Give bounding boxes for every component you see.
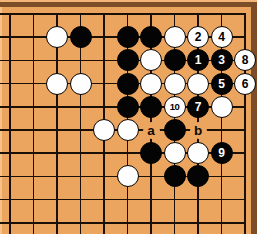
- white-stone: [117, 119, 139, 141]
- white-stone-move-6: 6: [234, 73, 256, 95]
- grid-line-horizontal: [0, 13, 246, 15]
- black-stone: [164, 49, 186, 71]
- white-stone-move-4: 4: [211, 26, 233, 48]
- white-stone: [164, 142, 186, 164]
- grid-line-vertical: [9, 13, 11, 234]
- black-stone: [117, 26, 139, 48]
- move-number: 8: [242, 54, 249, 66]
- black-stone: [187, 165, 209, 187]
- black-stone: [140, 142, 162, 164]
- black-stone: [117, 96, 139, 118]
- white-stone: [211, 96, 233, 118]
- white-stone-move-2: 2: [187, 26, 209, 48]
- move-number: 5: [218, 78, 225, 90]
- move-number: 3: [218, 54, 225, 66]
- point-label-b: b: [190, 122, 207, 139]
- board-right-edge-band: [251, 2, 257, 234]
- move-number: 7: [195, 101, 202, 113]
- white-stone: [70, 73, 92, 95]
- move-number: 6: [242, 78, 249, 90]
- black-stone: [164, 165, 186, 187]
- white-stone: [117, 165, 139, 187]
- black-stone: [164, 119, 186, 141]
- black-stone-move-5: 5: [211, 73, 233, 95]
- black-stone-move-1: 1: [187, 49, 209, 71]
- white-stone-move-10: 10: [164, 96, 186, 118]
- black-stone: [140, 26, 162, 48]
- grid-line-horizontal: [0, 222, 246, 224]
- white-stone: [187, 142, 209, 164]
- point-label-a: a: [143, 122, 160, 139]
- white-stone: [140, 73, 162, 95]
- move-number: 9: [218, 147, 225, 159]
- white-stone: [93, 119, 115, 141]
- black-stone-move-9: 9: [211, 142, 233, 164]
- move-number: 1: [195, 54, 202, 66]
- board-top-edge-band: [0, 2, 257, 7]
- white-stone: [164, 26, 186, 48]
- move-number: 10: [170, 102, 180, 112]
- white-stone: [46, 26, 68, 48]
- white-stone: [140, 49, 162, 71]
- black-stone: [117, 49, 139, 71]
- grid-line-vertical: [33, 13, 35, 234]
- black-stone-move-3: 3: [211, 49, 233, 71]
- white-stone: [164, 73, 186, 95]
- white-stone: [187, 73, 209, 95]
- white-stone: [46, 73, 68, 95]
- grid-line-vertical: [244, 13, 246, 234]
- move-number: 2: [195, 31, 202, 43]
- move-number: 4: [218, 31, 225, 43]
- go-board: ab 24138561079: [0, 0, 257, 234]
- black-stone-move-7: 7: [187, 96, 209, 118]
- black-stone: [117, 73, 139, 95]
- black-stone: [70, 26, 92, 48]
- black-stone: [140, 96, 162, 118]
- grid-line-horizontal: [0, 199, 246, 201]
